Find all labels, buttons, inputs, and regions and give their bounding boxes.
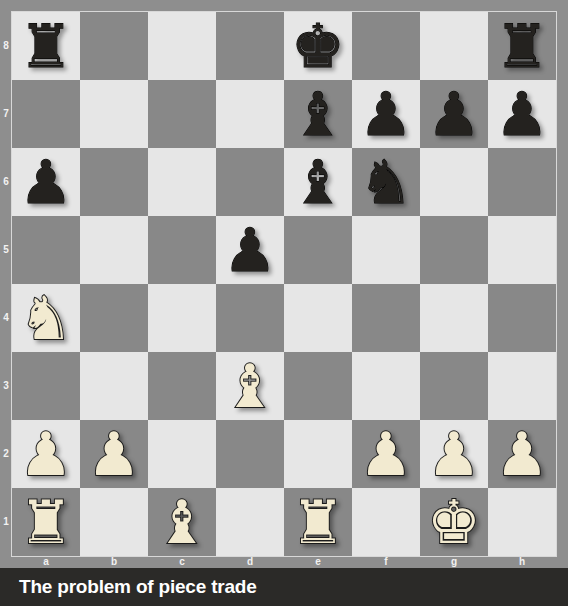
square-h1[interactable] (488, 488, 556, 556)
rank-label-6: 6 (0, 148, 12, 216)
piece-white-pawn[interactable]: ♟ (87, 420, 141, 488)
file-label-f: f (352, 555, 420, 568)
file-label-e: e (284, 555, 352, 568)
square-a2[interactable]: ♟ (12, 420, 80, 488)
square-d6[interactable] (216, 148, 284, 216)
square-c6[interactable] (148, 148, 216, 216)
square-g2[interactable]: ♟ (420, 420, 488, 488)
caption-bar: The problem of piece trade (0, 568, 568, 606)
square-a8[interactable]: ♜ (12, 12, 80, 80)
piece-black-rook[interactable]: ♜ (495, 12, 549, 80)
square-b3[interactable] (80, 352, 148, 420)
file-label-h: h (488, 555, 556, 568)
square-g3[interactable] (420, 352, 488, 420)
caption-text: The problem of piece trade (19, 576, 257, 598)
square-c4[interactable] (148, 284, 216, 352)
piece-black-pawn[interactable]: ♟ (359, 80, 413, 148)
square-f8[interactable] (352, 12, 420, 80)
square-h5[interactable] (488, 216, 556, 284)
square-f5[interactable] (352, 216, 420, 284)
piece-white-pawn[interactable]: ♟ (19, 420, 73, 488)
piece-white-king[interactable]: ♚ (427, 488, 481, 556)
square-h2[interactable]: ♟ (488, 420, 556, 488)
square-e5[interactable] (284, 216, 352, 284)
square-d7[interactable] (216, 80, 284, 148)
square-f4[interactable] (352, 284, 420, 352)
square-b2[interactable]: ♟ (80, 420, 148, 488)
square-d8[interactable] (216, 12, 284, 80)
rank-label-1: 1 (0, 488, 12, 556)
square-g8[interactable] (420, 12, 488, 80)
square-c3[interactable] (148, 352, 216, 420)
square-e1[interactable]: ♜ (284, 488, 352, 556)
file-label-d: d (216, 555, 284, 568)
square-c7[interactable] (148, 80, 216, 148)
square-c5[interactable] (148, 216, 216, 284)
piece-white-bishop[interactable]: ♝ (223, 352, 277, 420)
square-f2[interactable]: ♟ (352, 420, 420, 488)
square-a4[interactable]: ♞ (12, 284, 80, 352)
square-d1[interactable] (216, 488, 284, 556)
square-b4[interactable] (80, 284, 148, 352)
piece-black-knight[interactable]: ♞ (359, 148, 413, 216)
square-d3[interactable]: ♝ (216, 352, 284, 420)
chess-board[interactable]: ♜♚♜♝♟♟♟♟♝♞♟♞♝♟♟♟♟♟♜♝♜♚ (12, 12, 556, 556)
square-h7[interactable]: ♟ (488, 80, 556, 148)
rank-label-4: 4 (0, 284, 12, 352)
square-e8[interactable]: ♚ (284, 12, 352, 80)
square-f7[interactable]: ♟ (352, 80, 420, 148)
square-d2[interactable] (216, 420, 284, 488)
rank-label-7: 7 (0, 80, 12, 148)
square-b8[interactable] (80, 12, 148, 80)
board-frame: 87654321 ♜♚♜♝♟♟♟♟♝♞♟♞♝♟♟♟♟♟♜♝♜♚ abcdefgh (0, 0, 568, 568)
square-f1[interactable] (352, 488, 420, 556)
square-f6[interactable]: ♞ (352, 148, 420, 216)
square-a3[interactable] (12, 352, 80, 420)
piece-white-pawn[interactable]: ♟ (495, 420, 549, 488)
piece-black-bishop[interactable]: ♝ (291, 80, 345, 148)
file-labels: abcdefgh (12, 555, 556, 568)
square-e3[interactable] (284, 352, 352, 420)
square-c2[interactable] (148, 420, 216, 488)
rank-label-5: 5 (0, 216, 12, 284)
square-a6[interactable]: ♟ (12, 148, 80, 216)
piece-black-pawn[interactable]: ♟ (223, 216, 277, 284)
file-label-c: c (148, 555, 216, 568)
square-e6[interactable]: ♝ (284, 148, 352, 216)
square-g1[interactable]: ♚ (420, 488, 488, 556)
rank-label-8: 8 (0, 12, 12, 80)
square-g4[interactable] (420, 284, 488, 352)
piece-white-rook[interactable]: ♜ (291, 488, 345, 556)
rank-labels: 87654321 (0, 12, 12, 556)
square-c1[interactable]: ♝ (148, 488, 216, 556)
square-b1[interactable] (80, 488, 148, 556)
rank-label-2: 2 (0, 420, 12, 488)
square-a7[interactable] (12, 80, 80, 148)
square-e2[interactable] (284, 420, 352, 488)
piece-black-rook[interactable]: ♜ (19, 12, 73, 80)
square-d4[interactable] (216, 284, 284, 352)
square-e7[interactable]: ♝ (284, 80, 352, 148)
piece-white-rook[interactable]: ♜ (19, 488, 73, 556)
square-b5[interactable] (80, 216, 148, 284)
square-g5[interactable] (420, 216, 488, 284)
piece-white-pawn[interactable]: ♟ (359, 420, 413, 488)
square-b6[interactable] (80, 148, 148, 216)
square-h4[interactable] (488, 284, 556, 352)
square-e4[interactable] (284, 284, 352, 352)
square-a5[interactable] (12, 216, 80, 284)
square-h6[interactable] (488, 148, 556, 216)
square-h3[interactable] (488, 352, 556, 420)
piece-white-bishop[interactable]: ♝ (155, 488, 209, 556)
square-g6[interactable] (420, 148, 488, 216)
piece-white-pawn[interactable]: ♟ (427, 420, 481, 488)
file-label-g: g (420, 555, 488, 568)
file-label-a: a (12, 555, 80, 568)
square-f3[interactable] (352, 352, 420, 420)
piece-black-king[interactable]: ♚ (291, 12, 345, 80)
rank-label-3: 3 (0, 352, 12, 420)
square-g7[interactable]: ♟ (420, 80, 488, 148)
piece-white-knight[interactable]: ♞ (19, 284, 73, 352)
square-c8[interactable] (148, 12, 216, 80)
square-d5[interactable]: ♟ (216, 216, 284, 284)
square-h8[interactable]: ♜ (488, 12, 556, 80)
piece-black-bishop[interactable]: ♝ (291, 148, 345, 216)
piece-black-pawn[interactable]: ♟ (495, 80, 549, 148)
piece-black-pawn[interactable]: ♟ (19, 148, 73, 216)
piece-black-pawn[interactable]: ♟ (427, 80, 481, 148)
square-a1[interactable]: ♜ (12, 488, 80, 556)
chess-diagram: 87654321 ♜♚♜♝♟♟♟♟♝♞♟♞♝♟♟♟♟♟♜♝♜♚ abcdefgh… (0, 0, 568, 606)
file-label-b: b (80, 555, 148, 568)
square-b7[interactable] (80, 80, 148, 148)
